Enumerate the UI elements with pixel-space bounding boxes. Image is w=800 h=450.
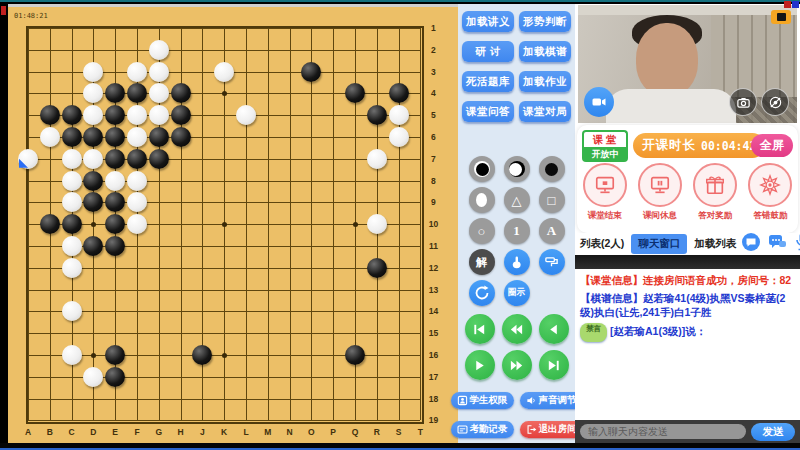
row-label: 12 bbox=[429, 263, 438, 273]
circle-show-tool[interactable]: 圈示 bbox=[504, 280, 530, 306]
message-text: [赵若瑜A1(3级)]说： bbox=[610, 325, 706, 337]
white-stone bbox=[149, 62, 169, 82]
white-stone bbox=[149, 105, 169, 125]
row-label: 15 bbox=[429, 328, 438, 338]
column-label: L bbox=[243, 427, 248, 437]
black-stone bbox=[301, 62, 321, 82]
tab-0[interactable]: 列表(2人) bbox=[575, 235, 629, 253]
class-open-badge: 课堂 开放中 bbox=[582, 130, 628, 162]
black-stone bbox=[105, 367, 125, 387]
message-text: 【棋谱信息】赵若瑜41(4级)执黑VS秦梓菡(2级)执白(让先,241手)白1子… bbox=[580, 292, 785, 319]
black-stone bbox=[62, 105, 82, 125]
row-label: 5 bbox=[431, 110, 436, 120]
chat-input-row: 发送 bbox=[575, 420, 800, 443]
refresh-tool[interactable] bbox=[469, 280, 495, 306]
grid-line-horizontal bbox=[28, 268, 420, 269]
chat-message-list: 【课堂信息】连接房间语音成功，房间号：82【棋谱信息】赵若瑜41(4级)执黑VS… bbox=[575, 269, 800, 420]
tab-1[interactable]: 聊天窗口 bbox=[631, 234, 687, 254]
function-button-1[interactable]: 形势判断 bbox=[519, 11, 571, 32]
column-label: N bbox=[287, 427, 293, 437]
function-button-0[interactable]: 加载讲义 bbox=[462, 11, 514, 32]
step-back-button[interactable] bbox=[539, 314, 569, 344]
row-label: 1 bbox=[431, 23, 436, 33]
function-button-6[interactable]: 课堂问答 bbox=[462, 101, 514, 122]
black-stone bbox=[105, 149, 125, 169]
row-label: 19 bbox=[429, 415, 438, 425]
grid-line-vertical bbox=[290, 28, 291, 420]
column-label: O bbox=[308, 427, 315, 437]
white-stone bbox=[105, 171, 125, 191]
black-stone bbox=[389, 83, 409, 103]
black-stone bbox=[367, 105, 387, 125]
mark-triangle-tool[interactable]: △ bbox=[504, 187, 530, 213]
stone-black-white-tool[interactable] bbox=[469, 156, 495, 182]
function-button-7[interactable]: 课堂对局 bbox=[519, 101, 571, 122]
chat-message-0: 【课堂信息】连接房间语音成功，房间号：82 bbox=[580, 273, 795, 288]
答错鼓励-button[interactable]: 答错鼓励 bbox=[744, 163, 796, 222]
board-timestamp: 01:48:21 bbox=[14, 12, 48, 20]
white-stone bbox=[389, 105, 409, 125]
pill-row-1: 学生权限声音调节 bbox=[458, 392, 575, 409]
teacher-face bbox=[636, 23, 698, 97]
column-label: T bbox=[418, 427, 423, 437]
grid-line-horizontal bbox=[28, 333, 420, 334]
black-stone bbox=[127, 149, 147, 169]
skip-first-button[interactable] bbox=[465, 314, 495, 344]
black-stone bbox=[62, 214, 82, 234]
class-badge-title: 课堂 bbox=[582, 130, 628, 147]
black-stone bbox=[40, 214, 60, 234]
message-text: 【课堂信息】连接房间语音成功，房间号：82 bbox=[580, 274, 791, 286]
column-label: E bbox=[112, 427, 118, 437]
课堂结束-button[interactable]: 课堂结束 bbox=[579, 163, 631, 222]
column-label: P bbox=[330, 427, 336, 437]
black-stone bbox=[62, 127, 82, 147]
fast-rewind-button[interactable] bbox=[502, 314, 532, 344]
board-top-edge bbox=[8, 4, 458, 7]
timer-value: 00:04:42 bbox=[701, 139, 756, 153]
black-stone bbox=[149, 149, 169, 169]
column-label: R bbox=[374, 427, 380, 437]
fast-forward-button[interactable] bbox=[502, 350, 532, 380]
corner-artifact-red bbox=[784, 1, 791, 8]
white-stone bbox=[149, 40, 169, 60]
mark-oval-tool[interactable] bbox=[469, 187, 495, 213]
grid-line-vertical bbox=[311, 28, 312, 420]
white-stone bbox=[62, 149, 82, 169]
teacher-tool-panel: 加载讲义形势判断研 讨加载棋谱死活题库加载作业课堂问答课堂对局 △□○1A解圈示… bbox=[458, 4, 575, 443]
row-label: 7 bbox=[431, 154, 436, 164]
grid-line-horizontal bbox=[28, 290, 420, 291]
grid-line-horizontal bbox=[28, 399, 420, 400]
white-stone bbox=[127, 171, 147, 191]
function-button-4[interactable]: 死活题库 bbox=[462, 71, 514, 92]
white-stone bbox=[214, 62, 234, 82]
row-label: 2 bbox=[431, 45, 436, 55]
column-label: S bbox=[396, 427, 402, 437]
column-label: J bbox=[200, 427, 205, 437]
row-label: 3 bbox=[431, 67, 436, 77]
black-stone bbox=[83, 171, 103, 191]
grid-line-vertical bbox=[268, 28, 269, 420]
row-label: 13 bbox=[429, 285, 438, 295]
star-point bbox=[91, 222, 96, 227]
column-label: B bbox=[47, 427, 53, 437]
class-badge-state: 开放中 bbox=[582, 147, 628, 162]
tab-2[interactable]: 加载列表 bbox=[689, 235, 741, 253]
battery-indicator-icon bbox=[771, 10, 791, 24]
grid-line-vertical bbox=[246, 28, 247, 420]
corner-artifact-blue bbox=[792, 1, 799, 8]
column-label: C bbox=[69, 427, 75, 437]
white-stone bbox=[62, 236, 82, 256]
column-label: G bbox=[155, 427, 162, 437]
row-label: 16 bbox=[429, 350, 438, 360]
monitor-stop-icon bbox=[583, 163, 627, 207]
stone-black-tool[interactable] bbox=[539, 156, 565, 182]
column-label: F bbox=[134, 427, 139, 437]
white-stone bbox=[62, 171, 82, 191]
声音调节-button[interactable]: 声音调节 bbox=[520, 392, 583, 409]
classroom-panel: 课堂 开放中 开课时长 00:04:42 全屏 课堂结束课间休息答对奖励答错鼓励… bbox=[575, 4, 800, 443]
black-stone bbox=[149, 127, 169, 147]
class-duration-timer: 开课时长 00:04:42 bbox=[633, 133, 765, 158]
row-label: 14 bbox=[429, 306, 438, 316]
teacher-webcam-video bbox=[578, 5, 797, 123]
camera-off-button[interactable] bbox=[761, 88, 789, 116]
grid-line-vertical bbox=[420, 28, 421, 420]
snapshot-camera-button[interactable] bbox=[729, 88, 757, 116]
black-stone bbox=[40, 105, 60, 125]
white-stone bbox=[40, 127, 60, 147]
star-point bbox=[353, 222, 358, 227]
答对奖励-button[interactable]: 答对奖励 bbox=[689, 163, 741, 222]
white-stone bbox=[127, 62, 147, 82]
last-move-marker bbox=[19, 159, 28, 168]
fullscreen-button[interactable]: 全屏 bbox=[751, 134, 793, 157]
white-stone bbox=[367, 149, 387, 169]
row-label: 6 bbox=[431, 132, 436, 142]
function-button-grid: 加载讲义形势判断研 讨加载棋谱死活题库加载作业课堂问答课堂对局 bbox=[458, 4, 575, 122]
black-stone bbox=[367, 258, 387, 278]
row-label: 17 bbox=[429, 372, 438, 382]
grid-line-vertical bbox=[333, 28, 334, 420]
white-stone bbox=[62, 301, 82, 321]
mark-number-tool[interactable]: 1 bbox=[504, 218, 530, 244]
medal-icon bbox=[748, 163, 792, 207]
row-label: 18 bbox=[429, 394, 438, 404]
stone-white-black-tool[interactable] bbox=[504, 156, 530, 182]
black-stone bbox=[345, 345, 365, 365]
app-window: 01:48:21 ABCDEFGHJKLMNOPQRST123456789101… bbox=[0, 0, 800, 450]
mark-letter-tool[interactable]: A bbox=[539, 218, 565, 244]
playback-controls bbox=[458, 314, 575, 380]
white-stone bbox=[62, 345, 82, 365]
monitor-pause-icon bbox=[638, 163, 682, 207]
voice-chat-icon[interactable] bbox=[741, 232, 761, 256]
star-point bbox=[222, 91, 227, 96]
mute-badge[interactable]: 禁言 bbox=[580, 323, 607, 342]
timer-label: 开课时长 bbox=[642, 137, 696, 154]
chat-bubbles-icon[interactable] bbox=[767, 232, 787, 256]
skip-last-button[interactable] bbox=[539, 350, 569, 380]
white-stone bbox=[62, 258, 82, 278]
row-label: 11 bbox=[429, 241, 438, 251]
chat-tabs: 列表(2人)聊天窗口加载列表 bbox=[575, 233, 800, 256]
play-button[interactable] bbox=[465, 350, 495, 380]
function-button-3[interactable]: 加载棋谱 bbox=[519, 41, 571, 62]
gift-icon bbox=[693, 163, 737, 207]
column-label: M bbox=[264, 427, 271, 437]
课间休息-button[interactable]: 课间休息 bbox=[634, 163, 686, 222]
send-button[interactable]: 发送 bbox=[751, 423, 795, 441]
column-label: H bbox=[178, 427, 184, 437]
mark-square-tool[interactable]: □ bbox=[539, 187, 565, 213]
row-label: 4 bbox=[431, 88, 436, 98]
paint-roller-tool[interactable] bbox=[539, 249, 565, 275]
window-top-edge bbox=[0, 0, 800, 2]
chat-message-2: 禁言[赵若瑜A1(3级)]说： bbox=[580, 323, 795, 342]
考勤记录-button[interactable]: 考勤记录 bbox=[451, 421, 514, 438]
answer-tool[interactable]: 解 bbox=[469, 249, 495, 275]
column-label: K bbox=[221, 427, 227, 437]
go-board-panel[interactable]: 01:48:21 ABCDEFGHJKLMNOPQRST123456789101… bbox=[8, 4, 458, 443]
white-stone bbox=[83, 62, 103, 82]
black-stone bbox=[171, 127, 191, 147]
white-stone bbox=[389, 127, 409, 147]
column-label: A bbox=[25, 427, 31, 437]
row-label: 9 bbox=[431, 197, 436, 207]
chat-message-1: 【棋谱信息】赵若瑜41(4级)执黑VS秦梓菡(2级)执白(让先,241手)白1子… bbox=[580, 291, 795, 320]
star-point bbox=[222, 353, 227, 358]
grid-line-horizontal bbox=[28, 420, 420, 421]
row-label: 8 bbox=[431, 176, 436, 186]
star-point bbox=[91, 353, 96, 358]
teacher-shoulders bbox=[606, 89, 736, 123]
black-stone bbox=[171, 83, 191, 103]
mark-tool-palette: △□○1A解圈示 bbox=[458, 156, 575, 306]
class-action-row: 课堂结束课间休息答对奖励答错鼓励 bbox=[577, 163, 798, 222]
column-label: Q bbox=[352, 427, 359, 437]
grid-line-horizontal bbox=[28, 311, 420, 312]
video-camera-icon bbox=[591, 94, 607, 110]
white-stone bbox=[127, 127, 147, 147]
video-background bbox=[578, 5, 797, 15]
chat-separator bbox=[575, 255, 800, 269]
row-label: 10 bbox=[429, 219, 438, 229]
white-stone bbox=[62, 192, 82, 212]
mark-circle-tool[interactable]: ○ bbox=[469, 218, 495, 244]
column-label: D bbox=[90, 427, 96, 437]
white-stone bbox=[367, 214, 387, 234]
microphone-icon[interactable] bbox=[793, 232, 800, 256]
pill-row-2: 考勤记录退出房间 bbox=[458, 421, 575, 438]
学生权限-button[interactable]: 学生权限 bbox=[451, 392, 514, 409]
white-stone bbox=[18, 149, 38, 169]
black-stone bbox=[171, 105, 191, 125]
退出房间-button[interactable]: 退出房间 bbox=[520, 421, 583, 438]
chat-input[interactable] bbox=[580, 424, 746, 439]
function-button-2[interactable]: 研 讨 bbox=[462, 41, 514, 62]
star-point bbox=[222, 222, 227, 227]
class-status-card: 课堂 开放中 开课时长 00:04:42 全屏 课堂结束课间休息答对奖励答错鼓励 bbox=[577, 125, 798, 233]
corner-artifact-left bbox=[1, 6, 6, 15]
function-button-5[interactable]: 加载作业 bbox=[519, 71, 571, 92]
pointer-hand-tool[interactable] bbox=[504, 249, 530, 275]
video-camera-button[interactable] bbox=[584, 87, 614, 117]
